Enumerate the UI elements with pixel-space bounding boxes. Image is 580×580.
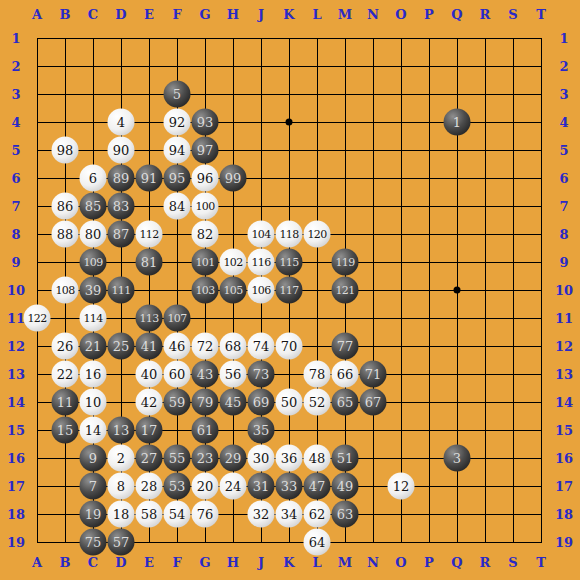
coord-label-top-A: A [32, 7, 42, 22]
stone-white-40[interactable]: 40 [136, 361, 163, 388]
stone-black-91[interactable]: 91 [136, 165, 163, 192]
stone-white-16[interactable]: 16 [80, 361, 107, 388]
coord-label-top-B: B [60, 7, 71, 22]
stone-white-58[interactable]: 58 [136, 501, 163, 528]
stone-white-20[interactable]: 20 [192, 473, 219, 500]
stone-white-22[interactable]: 22 [52, 361, 79, 388]
coord-label-right-11: 11 [555, 311, 573, 326]
coord-label-right-7: 7 [559, 199, 568, 214]
stone-black-25[interactable]: 25 [108, 333, 135, 360]
stone-white-14[interactable]: 14 [80, 417, 107, 444]
coord-label-bottom-D: D [115, 555, 126, 570]
stone-black-77[interactable]: 77 [332, 333, 359, 360]
coord-label-left-6: 6 [11, 171, 20, 186]
coord-label-right-3: 3 [559, 87, 568, 102]
stone-white-42[interactable]: 42 [136, 389, 163, 416]
coord-label-bottom-O: O [395, 555, 406, 570]
stone-white-26[interactable]: 26 [52, 333, 79, 360]
coord-label-bottom-B: B [60, 555, 71, 570]
stone-white-10[interactable]: 10 [80, 389, 107, 416]
coord-label-left-9: 9 [11, 255, 20, 270]
stone-white-56[interactable]: 56 [220, 361, 247, 388]
stone-white-30[interactable]: 30 [248, 445, 275, 472]
coord-label-bottom-M: M [338, 555, 352, 570]
stone-white-94[interactable]: 94 [164, 137, 191, 164]
stone-black-15[interactable]: 15 [52, 417, 79, 444]
stone-black-53[interactable]: 53 [164, 473, 191, 500]
stone-white-74[interactable]: 74 [248, 333, 275, 360]
coord-label-left-13: 13 [7, 367, 25, 382]
coord-label-bottom-S: S [508, 555, 517, 570]
stone-white-96[interactable]: 96 [192, 165, 219, 192]
stone-white-84[interactable]: 84 [164, 193, 191, 220]
coord-label-right-6: 6 [559, 171, 568, 186]
stone-white-52[interactable]: 52 [304, 389, 331, 416]
stone-white-120[interactable]: 120 [304, 221, 331, 248]
coord-label-top-N: N [367, 7, 379, 22]
stone-white-102[interactable]: 102 [220, 249, 247, 276]
coord-label-left-16: 16 [7, 451, 25, 466]
stone-black-7[interactable]: 7 [80, 473, 107, 500]
stone-white-92[interactable]: 92 [164, 109, 191, 136]
stone-black-111[interactable]: 111 [108, 277, 135, 304]
coord-label-left-14: 14 [7, 395, 25, 410]
coord-label-top-R: R [480, 7, 491, 22]
stone-black-121[interactable]: 121 [332, 277, 359, 304]
coord-label-right-18: 18 [555, 507, 573, 522]
stone-black-23[interactable]: 23 [192, 445, 219, 472]
stone-black-19[interactable]: 19 [80, 501, 107, 528]
stone-white-82[interactable]: 82 [192, 221, 219, 248]
stone-black-9[interactable]: 9 [80, 445, 107, 472]
coord-label-right-4: 4 [559, 115, 568, 130]
stone-white-12[interactable]: 12 [388, 473, 415, 500]
stone-black-29[interactable]: 29 [220, 445, 247, 472]
coord-label-bottom-J: J [258, 555, 264, 570]
stone-white-54[interactable]: 54 [164, 501, 191, 528]
coord-label-right-10: 10 [555, 283, 573, 298]
stone-black-87[interactable]: 87 [108, 221, 135, 248]
coord-label-bottom-F: F [172, 555, 181, 570]
coord-label-right-17: 17 [555, 479, 573, 494]
stone-white-48[interactable]: 48 [304, 445, 331, 472]
stone-black-21[interactable]: 21 [80, 333, 107, 360]
stone-black-41[interactable]: 41 [136, 333, 163, 360]
star-point-K4 [286, 119, 293, 126]
stone-white-118[interactable]: 118 [276, 221, 303, 248]
stone-black-95[interactable]: 95 [164, 165, 191, 192]
stone-white-106[interactable]: 106 [248, 277, 275, 304]
stone-white-68[interactable]: 68 [220, 333, 247, 360]
stone-black-63[interactable]: 63 [332, 501, 359, 528]
stone-black-43[interactable]: 43 [192, 361, 219, 388]
coord-label-right-16: 16 [555, 451, 573, 466]
coord-label-top-P: P [424, 7, 434, 22]
coord-label-bottom-P: P [424, 555, 434, 570]
coord-label-left-2: 2 [11, 59, 20, 74]
coord-label-bottom-C: C [88, 555, 98, 570]
stone-black-81[interactable]: 81 [136, 249, 163, 276]
coord-label-right-14: 14 [555, 395, 573, 410]
stone-white-122[interactable]: 122 [24, 305, 51, 332]
stone-white-50[interactable]: 50 [276, 389, 303, 416]
coord-label-top-O: O [395, 7, 406, 22]
stone-white-4[interactable]: 4 [108, 109, 135, 136]
stone-white-24[interactable]: 24 [220, 473, 247, 500]
stone-black-55[interactable]: 55 [164, 445, 191, 472]
stone-black-109[interactable]: 109 [80, 249, 107, 276]
stone-black-69[interactable]: 69 [248, 389, 275, 416]
stone-white-104[interactable]: 104 [248, 221, 275, 248]
stone-white-60[interactable]: 60 [164, 361, 191, 388]
coord-label-bottom-K: K [283, 555, 294, 570]
stone-white-66[interactable]: 66 [332, 361, 359, 388]
coord-label-top-K: K [283, 7, 294, 22]
coord-label-right-8: 8 [559, 227, 568, 242]
coord-label-bottom-L: L [312, 555, 321, 570]
go-board-app: AABBCCDDEEFFGGHHJJKKLLMMNNOOPPQQRRSSTT11… [0, 0, 580, 580]
stone-black-115[interactable]: 115 [276, 249, 303, 276]
coord-label-bottom-E: E [144, 555, 154, 570]
coord-label-left-5: 5 [11, 143, 20, 158]
stone-black-103[interactable]: 103 [192, 277, 219, 304]
stone-black-117[interactable]: 117 [276, 277, 303, 304]
coord-label-right-15: 15 [555, 423, 573, 438]
stone-black-45[interactable]: 45 [220, 389, 247, 416]
coord-label-right-12: 12 [555, 339, 573, 354]
coord-label-left-1: 1 [11, 31, 20, 46]
stone-black-107[interactable]: 107 [164, 305, 191, 332]
coord-label-top-S: S [508, 7, 517, 22]
stone-white-76[interactable]: 76 [192, 501, 219, 528]
stone-white-90[interactable]: 90 [108, 137, 135, 164]
coord-label-top-Q: Q [451, 7, 462, 22]
coord-label-top-F: F [172, 7, 181, 22]
coord-label-left-18: 18 [7, 507, 25, 522]
stone-black-61[interactable]: 61 [192, 417, 219, 444]
stone-white-108[interactable]: 108 [52, 277, 79, 304]
coord-label-left-10: 10 [7, 283, 25, 298]
stone-white-114[interactable]: 114 [80, 305, 107, 332]
coord-label-right-5: 5 [559, 143, 568, 158]
stone-white-80[interactable]: 80 [80, 221, 107, 248]
stone-white-8[interactable]: 8 [108, 473, 135, 500]
stone-white-34[interactable]: 34 [276, 501, 303, 528]
stone-black-85[interactable]: 85 [80, 193, 107, 220]
stone-white-116[interactable]: 116 [248, 249, 275, 276]
stone-black-67[interactable]: 67 [360, 389, 387, 416]
coord-label-left-17: 17 [7, 479, 25, 494]
stone-black-119[interactable]: 119 [332, 249, 359, 276]
stone-black-57[interactable]: 57 [108, 529, 135, 556]
coord-label-top-C: C [88, 7, 98, 22]
stone-white-112[interactable]: 112 [136, 221, 163, 248]
coord-label-right-2: 2 [559, 59, 568, 74]
coord-label-left-12: 12 [7, 339, 25, 354]
coord-label-bottom-G: G [199, 555, 210, 570]
coord-label-right-13: 13 [555, 367, 573, 382]
coord-label-left-15: 15 [7, 423, 25, 438]
coord-label-top-J: J [258, 7, 264, 22]
stone-black-5[interactable]: 5 [164, 81, 191, 108]
coord-label-top-L: L [312, 7, 321, 22]
stone-black-89[interactable]: 89 [108, 165, 135, 192]
stone-black-13[interactable]: 13 [108, 417, 135, 444]
stone-white-70[interactable]: 70 [276, 333, 303, 360]
stone-white-32[interactable]: 32 [248, 501, 275, 528]
coord-label-bottom-Q: Q [451, 555, 462, 570]
stone-black-65[interactable]: 65 [332, 389, 359, 416]
coord-label-left-19: 19 [7, 535, 25, 550]
stone-white-100[interactable]: 100 [192, 193, 219, 220]
coord-label-top-T: T [536, 7, 546, 22]
stone-white-64[interactable]: 64 [304, 529, 331, 556]
stone-black-39[interactable]: 39 [80, 277, 107, 304]
coord-label-top-G: G [199, 7, 210, 22]
stone-white-86[interactable]: 86 [52, 193, 79, 220]
coord-label-bottom-H: H [227, 555, 239, 570]
stone-white-78[interactable]: 78 [304, 361, 331, 388]
stone-black-75[interactable]: 75 [80, 529, 107, 556]
stone-black-1[interactable]: 1 [444, 109, 471, 136]
coord-label-bottom-N: N [367, 555, 379, 570]
stone-white-46[interactable]: 46 [164, 333, 191, 360]
stone-white-88[interactable]: 88 [52, 221, 79, 248]
stone-white-18[interactable]: 18 [108, 501, 135, 528]
stone-white-98[interactable]: 98 [52, 137, 79, 164]
coord-label-left-7: 7 [11, 199, 20, 214]
coord-label-bottom-A: A [32, 555, 42, 570]
stone-black-31[interactable]: 31 [248, 473, 275, 500]
coord-label-right-9: 9 [559, 255, 568, 270]
stone-black-27[interactable]: 27 [136, 445, 163, 472]
coord-label-right-19: 19 [555, 535, 573, 550]
stone-white-62[interactable]: 62 [304, 501, 331, 528]
stone-black-99[interactable]: 99 [220, 165, 247, 192]
coord-label-top-M: M [338, 7, 352, 22]
coord-label-right-1: 1 [559, 31, 568, 46]
coord-label-bottom-R: R [480, 555, 491, 570]
stone-black-3[interactable]: 3 [444, 445, 471, 472]
coord-label-top-E: E [144, 7, 154, 22]
stone-black-83[interactable]: 83 [108, 193, 135, 220]
stone-white-6[interactable]: 6 [80, 165, 107, 192]
stone-black-59[interactable]: 59 [164, 389, 191, 416]
stone-black-49[interactable]: 49 [332, 473, 359, 500]
stone-black-11[interactable]: 11 [52, 389, 79, 416]
star-point-Q10 [454, 287, 461, 294]
stone-black-51[interactable]: 51 [332, 445, 359, 472]
stone-white-2[interactable]: 2 [108, 445, 135, 472]
stone-black-33[interactable]: 33 [276, 473, 303, 500]
coord-label-left-3: 3 [11, 87, 20, 102]
stone-black-73[interactable]: 73 [248, 361, 275, 388]
stone-white-36[interactable]: 36 [276, 445, 303, 472]
stone-black-101[interactable]: 101 [192, 249, 219, 276]
stone-black-113[interactable]: 113 [136, 305, 163, 332]
stone-black-47[interactable]: 47 [304, 473, 331, 500]
stone-black-71[interactable]: 71 [360, 361, 387, 388]
stone-black-35[interactable]: 35 [248, 417, 275, 444]
stone-black-97[interactable]: 97 [192, 137, 219, 164]
coord-label-left-4: 4 [11, 115, 20, 130]
stone-black-79[interactable]: 79 [192, 389, 219, 416]
coord-label-top-D: D [115, 7, 126, 22]
coord-label-bottom-T: T [536, 555, 546, 570]
stone-white-72[interactable]: 72 [192, 333, 219, 360]
stone-black-93[interactable]: 93 [192, 109, 219, 136]
coord-label-top-H: H [227, 7, 239, 22]
coord-label-left-8: 8 [11, 227, 20, 242]
coord-label-left-11: 11 [7, 311, 25, 326]
stone-white-28[interactable]: 28 [136, 473, 163, 500]
stone-black-17[interactable]: 17 [136, 417, 163, 444]
stone-black-105[interactable]: 105 [220, 277, 247, 304]
